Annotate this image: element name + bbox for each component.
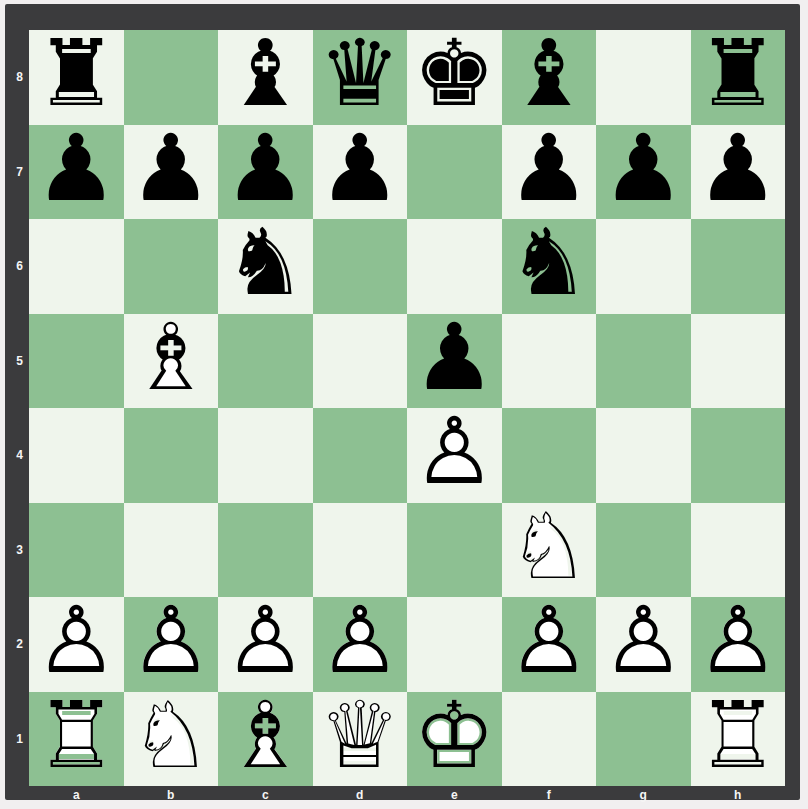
white-p-piece-g2[interactable]: ♟♙	[596, 597, 691, 692]
white-n-piece-b1[interactable]: ♞♘	[124, 692, 219, 787]
rank-label-2: 2	[10, 597, 29, 692]
white-b-piece-c1[interactable]: ♝♗	[218, 692, 313, 787]
black-piece-fill-glyph: ♛	[319, 28, 401, 120]
square-a8[interactable]: ♜	[29, 30, 124, 125]
square-g3[interactable]	[596, 503, 691, 598]
black-piece-fill-glyph: ♟	[224, 123, 306, 215]
white-r-piece-a1[interactable]: ♜♖	[29, 692, 124, 787]
square-f4[interactable]	[502, 408, 597, 503]
chess-board[interactable]: ♜♝♛♚♝♜♟♟♟♟♟♟♟♞♞♝♗♟♟♙♞♘♟♙♟♙♟♙♟♙♟♙♟♙♟♙♜♖♞♘…	[29, 30, 785, 786]
square-b8[interactable]	[124, 30, 219, 125]
rank-label-5: 5	[10, 314, 29, 409]
rank-label-1: 1	[10, 692, 29, 787]
white-piece-outline-glyph: ♙	[224, 595, 306, 687]
square-f2[interactable]: ♟♙	[502, 597, 597, 692]
square-e6[interactable]	[407, 219, 502, 314]
black-k-piece-e8[interactable]: ♚	[407, 30, 502, 125]
square-c3[interactable]	[218, 503, 313, 598]
square-h7[interactable]: ♟	[691, 125, 786, 220]
black-r-piece-a8[interactable]: ♜	[29, 30, 124, 125]
black-r-piece-h8[interactable]: ♜	[691, 30, 786, 125]
black-p-piece-c7[interactable]: ♟	[218, 125, 313, 220]
white-piece-outline-glyph: ♙	[602, 595, 684, 687]
square-d3[interactable]	[313, 503, 408, 598]
square-h3[interactable]	[691, 503, 786, 598]
square-e5[interactable]: ♟	[407, 314, 502, 409]
black-piece-fill-glyph: ♝	[224, 28, 306, 120]
rank-label-8: 8	[10, 30, 29, 125]
square-g5[interactable]	[596, 314, 691, 409]
black-piece-fill-glyph: ♞	[508, 217, 590, 309]
square-g6[interactable]	[596, 219, 691, 314]
square-d5[interactable]	[313, 314, 408, 409]
square-a5[interactable]	[29, 314, 124, 409]
black-piece-fill-glyph: ♟	[319, 123, 401, 215]
square-h6[interactable]	[691, 219, 786, 314]
square-a6[interactable]	[29, 219, 124, 314]
white-piece-outline-glyph: ♖	[697, 690, 779, 782]
square-e7[interactable]	[407, 125, 502, 220]
square-b5[interactable]: ♝♗	[124, 314, 219, 409]
square-b4[interactable]	[124, 408, 219, 503]
black-piece-fill-glyph: ♞	[224, 217, 306, 309]
square-e8[interactable]: ♚	[407, 30, 502, 125]
square-e1[interactable]: ♚♔	[407, 692, 502, 787]
black-piece-fill-glyph: ♟	[413, 312, 495, 404]
square-g1[interactable]	[596, 692, 691, 787]
white-piece-outline-glyph: ♙	[697, 595, 779, 687]
white-p-piece-e4[interactable]: ♟♙	[407, 408, 502, 503]
white-b-piece-b5[interactable]: ♝♗	[124, 314, 219, 409]
chess-board-frame: 87654321 abcdefgh ♜♝♛♚♝♜♟♟♟♟♟♟♟♞♞♝♗♟♟♙♞♘…	[5, 4, 800, 800]
white-piece-outline-glyph: ♗	[224, 690, 306, 782]
black-p-piece-g7[interactable]: ♟	[596, 125, 691, 220]
black-piece-fill-glyph: ♜	[697, 28, 779, 120]
white-r-piece-h1[interactable]: ♜♖	[691, 692, 786, 787]
black-p-piece-a7[interactable]: ♟	[29, 125, 124, 220]
square-h8[interactable]: ♜	[691, 30, 786, 125]
black-p-piece-b7[interactable]: ♟	[124, 125, 219, 220]
square-h1[interactable]: ♜♖	[691, 692, 786, 787]
square-f1[interactable]	[502, 692, 597, 787]
white-p-piece-b2[interactable]: ♟♙	[124, 597, 219, 692]
white-k-piece-e1[interactable]: ♚♔	[407, 692, 502, 787]
square-h2[interactable]: ♟♙	[691, 597, 786, 692]
rank-label-7: 7	[10, 125, 29, 220]
black-piece-fill-glyph: ♟	[35, 123, 117, 215]
rank-label-3: 3	[10, 503, 29, 598]
square-g4[interactable]	[596, 408, 691, 503]
black-b-piece-f8[interactable]: ♝	[502, 30, 597, 125]
square-f7[interactable]: ♟	[502, 125, 597, 220]
white-p-piece-c2[interactable]: ♟♙	[218, 597, 313, 692]
white-p-piece-a2[interactable]: ♟♙	[29, 597, 124, 692]
square-f8[interactable]: ♝	[502, 30, 597, 125]
square-a4[interactable]	[29, 408, 124, 503]
black-piece-fill-glyph: ♟	[697, 123, 779, 215]
square-b2[interactable]: ♟♙	[124, 597, 219, 692]
square-c4[interactable]	[218, 408, 313, 503]
file-label-f: f	[502, 785, 597, 804]
square-f5[interactable]	[502, 314, 597, 409]
square-g8[interactable]	[596, 30, 691, 125]
square-b1[interactable]: ♞♘	[124, 692, 219, 787]
white-n-piece-f3[interactable]: ♞♘	[502, 503, 597, 598]
square-b6[interactable]	[124, 219, 219, 314]
white-piece-outline-glyph: ♙	[508, 595, 590, 687]
black-piece-fill-glyph: ♜	[35, 28, 117, 120]
black-p-piece-e5[interactable]: ♟	[407, 314, 502, 409]
black-piece-fill-glyph: ♝	[508, 28, 590, 120]
white-p-piece-d2[interactable]: ♟♙	[313, 597, 408, 692]
black-n-piece-f6[interactable]: ♞	[502, 219, 597, 314]
black-p-piece-h7[interactable]: ♟	[691, 125, 786, 220]
square-a2[interactable]: ♟♙	[29, 597, 124, 692]
white-piece-outline-glyph: ♗	[130, 312, 212, 404]
black-q-piece-d8[interactable]: ♛	[313, 30, 408, 125]
white-piece-outline-glyph: ♙	[130, 595, 212, 687]
square-b3[interactable]	[124, 503, 219, 598]
file-label-g: g	[596, 785, 691, 804]
square-e2[interactable]	[407, 597, 502, 692]
square-c2[interactable]: ♟♙	[218, 597, 313, 692]
square-e4[interactable]: ♟♙	[407, 408, 502, 503]
white-piece-outline-glyph: ♔	[413, 690, 495, 782]
black-b-piece-c8[interactable]: ♝	[218, 30, 313, 125]
black-n-piece-c6[interactable]: ♞	[218, 219, 313, 314]
square-d6[interactable]	[313, 219, 408, 314]
rank-label-4: 4	[10, 408, 29, 503]
square-d2[interactable]: ♟♙	[313, 597, 408, 692]
square-c1[interactable]: ♝♗	[218, 692, 313, 787]
square-a1[interactable]: ♜♖	[29, 692, 124, 787]
page-background: 87654321 abcdefgh ♜♝♛♚♝♜♟♟♟♟♟♟♟♞♞♝♗♟♟♙♞♘…	[0, 0, 808, 809]
white-piece-outline-glyph: ♖	[35, 690, 117, 782]
white-piece-outline-glyph: ♕	[319, 690, 401, 782]
white-p-piece-h2[interactable]: ♟♙	[691, 597, 786, 692]
square-g7[interactable]: ♟	[596, 125, 691, 220]
square-b7[interactable]: ♟	[124, 125, 219, 220]
black-p-piece-f7[interactable]: ♟	[502, 125, 597, 220]
square-c8[interactable]: ♝	[218, 30, 313, 125]
square-c5[interactable]	[218, 314, 313, 409]
black-piece-fill-glyph: ♟	[602, 123, 684, 215]
square-d8[interactable]: ♛	[313, 30, 408, 125]
square-f3[interactable]: ♞♘	[502, 503, 597, 598]
white-q-piece-d1[interactable]: ♛♕	[313, 692, 408, 787]
white-piece-outline-glyph: ♙	[35, 595, 117, 687]
square-e3[interactable]	[407, 503, 502, 598]
white-piece-outline-glyph: ♙	[413, 406, 495, 498]
square-d4[interactable]	[313, 408, 408, 503]
black-piece-fill-glyph: ♟	[130, 123, 212, 215]
square-c6[interactable]: ♞	[218, 219, 313, 314]
black-p-piece-d7[interactable]: ♟	[313, 125, 408, 220]
black-piece-fill-glyph: ♚	[413, 28, 495, 120]
square-h5[interactable]	[691, 314, 786, 409]
square-d7[interactable]: ♟	[313, 125, 408, 220]
square-f6[interactable]: ♞	[502, 219, 597, 314]
black-piece-fill-glyph: ♟	[508, 123, 590, 215]
white-p-piece-f2[interactable]: ♟♙	[502, 597, 597, 692]
white-piece-outline-glyph: ♘	[508, 501, 590, 593]
square-h4[interactable]	[691, 408, 786, 503]
square-a3[interactable]	[29, 503, 124, 598]
rank-label-6: 6	[10, 219, 29, 314]
square-d1[interactable]: ♛♕	[313, 692, 408, 787]
white-piece-outline-glyph: ♙	[319, 595, 401, 687]
square-c7[interactable]: ♟	[218, 125, 313, 220]
rank-labels: 87654321	[10, 30, 29, 786]
square-g2[interactable]: ♟♙	[596, 597, 691, 692]
white-piece-outline-glyph: ♘	[130, 690, 212, 782]
square-a7[interactable]: ♟	[29, 125, 124, 220]
